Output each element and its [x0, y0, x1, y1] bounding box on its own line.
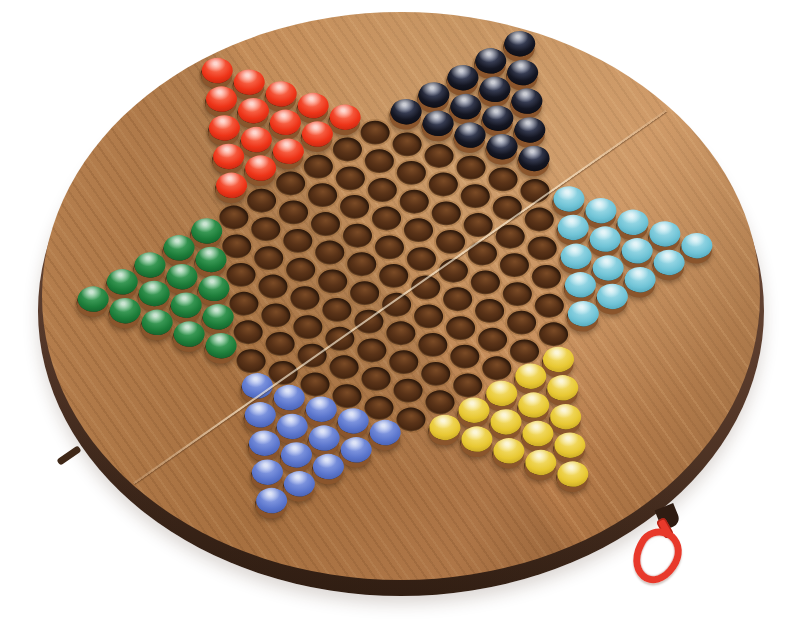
- peg-black[interactable]: [513, 141, 554, 175]
- cord: [618, 500, 708, 600]
- star-grid: [42, 12, 760, 580]
- hole-r7c0[interactable]: [200, 87, 238, 118]
- hole-r16c2[interactable]: [136, 310, 174, 341]
- hole-r17c0[interactable]: [236, 374, 274, 405]
- hole-r16c12[interactable]: [456, 427, 494, 458]
- chinese-checkers-photo: [0, 0, 800, 631]
- hole-r16c4[interactable]: [200, 333, 238, 364]
- hole-r16c14[interactable]: [520, 450, 558, 481]
- hole-r16c13[interactable]: [488, 438, 526, 469]
- hole-r6c0[interactable]: [196, 58, 234, 89]
- hinge-notch: [56, 445, 81, 466]
- hole-r10c0[interactable]: [211, 173, 249, 204]
- board-row-21: [250, 488, 288, 519]
- hole-r20c0[interactable]: [246, 460, 284, 491]
- hole-r16c11[interactable]: [424, 415, 462, 446]
- hole-r18c0[interactable]: [239, 402, 277, 433]
- hole-r19c0[interactable]: [243, 431, 281, 462]
- hole-r16c15[interactable]: [552, 462, 590, 493]
- hole-r16c3[interactable]: [168, 322, 206, 353]
- hole-r9c0[interactable]: [207, 144, 245, 175]
- red-cord-loop-icon: [624, 521, 690, 592]
- peg-red[interactable]: [197, 53, 238, 87]
- board: [42, 12, 760, 580]
- hole-r21c0[interactable]: [250, 488, 288, 519]
- hole-r16c0[interactable]: [72, 287, 110, 318]
- hole-r16c1[interactable]: [104, 298, 142, 329]
- peg-yellow[interactable]: [553, 457, 594, 491]
- hole-r8c0[interactable]: [203, 116, 241, 147]
- peg-cyan[interactable]: [549, 182, 590, 216]
